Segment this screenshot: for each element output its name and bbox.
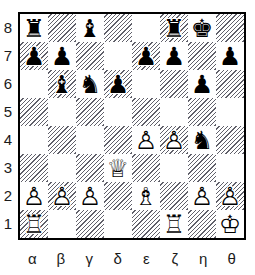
file-label: β	[47, 246, 76, 272]
rank-label: 8	[0, 14, 16, 42]
file-label: ε	[132, 246, 161, 272]
rank-label: 2	[0, 182, 16, 210]
square-b5	[48, 98, 76, 126]
square-d8	[104, 14, 132, 42]
file-label: δ	[104, 246, 133, 272]
square-a3	[20, 154, 48, 182]
square-c7	[76, 42, 104, 70]
black-bishop-piece: ♝	[76, 14, 104, 42]
square-d7	[104, 42, 132, 70]
black-pawn-piece: ♟	[160, 42, 188, 70]
square-g4: ♞	[188, 126, 216, 154]
file-label: θ	[218, 246, 247, 272]
square-g7	[188, 42, 216, 70]
white-pawn-piece: ♟♙	[160, 126, 188, 154]
square-a2: ♟♙	[20, 182, 48, 210]
square-h2: ♟♙	[216, 182, 244, 210]
white-pawn-piece: ♟♙	[20, 182, 48, 210]
square-h3	[216, 154, 244, 182]
square-d6: ♟	[104, 70, 132, 98]
white-pawn-piece: ♟♙	[48, 182, 76, 210]
white-pawn-piece: ♟♙	[76, 182, 104, 210]
black-pawn-piece: ♟	[48, 42, 76, 70]
black-king-piece: ♚	[188, 14, 216, 42]
square-b2: ♟♙	[48, 182, 76, 210]
rank-label: 3	[0, 154, 16, 182]
rank-label: 1	[0, 210, 16, 238]
square-h5	[216, 98, 244, 126]
white-bishop-piece: ♝♗	[132, 182, 160, 210]
white-rook-piece: ♜♖	[160, 210, 188, 238]
square-b3	[48, 154, 76, 182]
square-d4	[104, 126, 132, 154]
file-labels: αβγδεζηθ	[18, 246, 246, 272]
square-f1: ♜♖	[160, 210, 188, 238]
square-g5	[188, 98, 216, 126]
square-f6	[160, 70, 188, 98]
square-f7: ♟	[160, 42, 188, 70]
square-e3	[132, 154, 160, 182]
file-label: γ	[75, 246, 104, 272]
rank-label: 5	[0, 98, 16, 126]
chess-board: ♜♝♜♚♟♟♟♟♟♝♞♟♟♟♙♟♙♞♛♕♟♙♟♙♟♙♝♗♟♙♟♙♜♖♜♖♚♔	[18, 12, 246, 240]
square-c5	[76, 98, 104, 126]
black-pawn-piece: ♟	[132, 42, 160, 70]
square-b7: ♟	[48, 42, 76, 70]
square-e7: ♟	[132, 42, 160, 70]
square-h6	[216, 70, 244, 98]
square-c8: ♝	[76, 14, 104, 42]
square-a5	[20, 98, 48, 126]
file-label: α	[18, 246, 47, 272]
black-pawn-piece: ♟	[216, 42, 244, 70]
square-d5	[104, 98, 132, 126]
square-c2: ♟♙	[76, 182, 104, 210]
square-h7: ♟	[216, 42, 244, 70]
rank-label: 6	[0, 70, 16, 98]
square-g6: ♟	[188, 70, 216, 98]
square-g2: ♟♙	[188, 182, 216, 210]
square-a4	[20, 126, 48, 154]
square-c4	[76, 126, 104, 154]
black-pawn-piece: ♟	[104, 70, 132, 98]
chess-diagram-page: 87654321 ♜♝♜♚♟♟♟♟♟♝♞♟♟♟♙♟♙♞♛♕♟♙♟♙♟♙♝♗♟♙♟…	[0, 0, 255, 275]
square-g1	[188, 210, 216, 238]
rank-labels: 87654321	[0, 14, 16, 238]
square-d1	[104, 210, 132, 238]
square-b1	[48, 210, 76, 238]
square-f2	[160, 182, 188, 210]
square-a1: ♜♖	[20, 210, 48, 238]
white-pawn-piece: ♟♙	[216, 182, 244, 210]
square-c3	[76, 154, 104, 182]
black-pawn-piece: ♟	[188, 70, 216, 98]
white-queen-piece: ♛♕	[104, 154, 132, 182]
square-g8: ♚	[188, 14, 216, 42]
square-f5	[160, 98, 188, 126]
square-h1: ♚♔	[216, 210, 244, 238]
square-f3	[160, 154, 188, 182]
square-e6	[132, 70, 160, 98]
rank-label: 4	[0, 126, 16, 154]
square-c1	[76, 210, 104, 238]
square-f4: ♟♙	[160, 126, 188, 154]
white-king-piece: ♚♔	[216, 210, 244, 238]
square-e2: ♝♗	[132, 182, 160, 210]
square-b6: ♝	[48, 70, 76, 98]
square-d2	[104, 182, 132, 210]
black-bishop-piece: ♝	[48, 70, 76, 98]
black-knight-piece: ♞	[76, 70, 104, 98]
square-h8	[216, 14, 244, 42]
black-pawn-piece: ♟	[20, 42, 48, 70]
white-pawn-piece: ♟♙	[132, 126, 160, 154]
square-a6	[20, 70, 48, 98]
white-pawn-piece: ♟♙	[188, 182, 216, 210]
square-e1	[132, 210, 160, 238]
file-label: ζ	[161, 246, 190, 272]
square-b4	[48, 126, 76, 154]
white-rook-piece: ♜♖	[20, 210, 48, 238]
square-a8: ♜	[20, 14, 48, 42]
file-label: η	[189, 246, 218, 272]
square-a7: ♟	[20, 42, 48, 70]
square-g3	[188, 154, 216, 182]
black-knight-piece: ♞	[188, 126, 216, 154]
rank-label: 7	[0, 42, 16, 70]
square-b8	[48, 14, 76, 42]
square-e8	[132, 14, 160, 42]
square-d3: ♛♕	[104, 154, 132, 182]
square-h4	[216, 126, 244, 154]
square-e5	[132, 98, 160, 126]
square-f8: ♜	[160, 14, 188, 42]
square-e4: ♟♙	[132, 126, 160, 154]
square-c6: ♞	[76, 70, 104, 98]
black-rook-piece: ♜	[160, 14, 188, 42]
black-rook-piece: ♜	[20, 14, 48, 42]
